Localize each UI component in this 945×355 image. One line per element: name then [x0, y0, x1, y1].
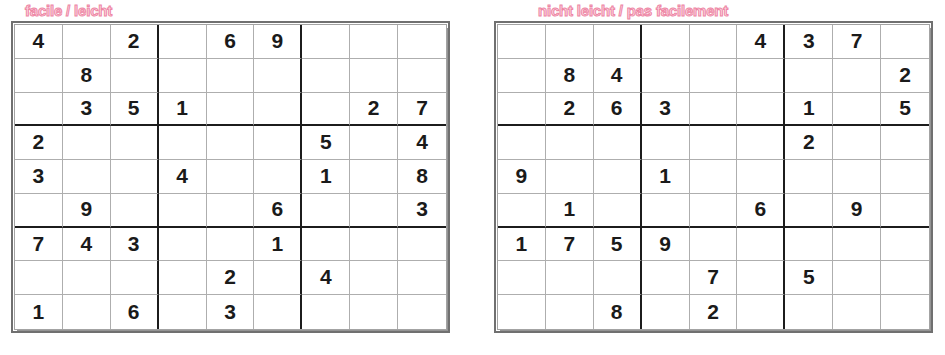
cell-r4c1[interactable]	[498, 126, 546, 160]
cell-r2c3[interactable]: 4	[594, 59, 642, 93]
cell-r6c5[interactable]	[690, 194, 738, 228]
cell-r6c9[interactable]	[881, 194, 929, 228]
cell-r5c3[interactable]	[111, 160, 159, 194]
cell-r4c8[interactable]	[350, 126, 398, 160]
cell-r3c1[interactable]	[498, 93, 546, 127]
cell-r5c1[interactable]: 9	[498, 160, 546, 194]
cell-r1c5[interactable]: 6	[207, 25, 255, 59]
cell-r9c1[interactable]: 1	[15, 295, 63, 329]
cell-r9c7[interactable]	[302, 295, 350, 329]
cell-r8c5[interactable]: 2	[207, 261, 255, 295]
cell-r3c4[interactable]: 1	[159, 93, 207, 127]
cell-r8c8[interactable]	[833, 261, 881, 295]
cell-r9c8[interactable]	[350, 295, 398, 329]
cell-r3c5[interactable]	[690, 93, 738, 127]
cell-r8c7[interactable]: 5	[785, 261, 833, 295]
cell-r9c4[interactable]	[159, 295, 207, 329]
cell-r1c8[interactable]	[350, 25, 398, 59]
cell-r3c8[interactable]	[833, 93, 881, 127]
cell-r6c8[interactable]: 9	[833, 194, 881, 228]
cell-r3c3[interactable]: 6	[594, 93, 642, 127]
cell-r2c2[interactable]: 8	[63, 59, 111, 93]
cell-r2c1[interactable]	[498, 59, 546, 93]
cell-r1c1[interactable]	[498, 25, 546, 59]
cell-r4c4[interactable]	[642, 126, 690, 160]
cell-r8c9[interactable]	[881, 261, 929, 295]
cell-r5c9[interactable]	[881, 160, 929, 194]
cell-r1c2[interactable]	[63, 25, 111, 59]
cell-r8c2[interactable]	[546, 261, 594, 295]
cell-r4c4[interactable]	[159, 126, 207, 160]
cell-r7c9[interactable]	[881, 228, 929, 262]
cell-r2c9[interactable]	[398, 59, 446, 93]
cell-r1c8[interactable]: 7	[833, 25, 881, 59]
cell-r7c1[interactable]: 1	[498, 228, 546, 262]
cell-r9c5[interactable]: 2	[690, 295, 738, 329]
cell-r7c2[interactable]: 7	[546, 228, 594, 262]
cell-r5c2[interactable]	[63, 160, 111, 194]
cell-r1c9[interactable]	[881, 25, 929, 59]
cell-r2c2[interactable]: 8	[546, 59, 594, 93]
cell-r2c6[interactable]	[737, 59, 785, 93]
cell-r3c3[interactable]: 5	[111, 93, 159, 127]
cell-r1c1[interactable]: 4	[15, 25, 63, 59]
cell-r8c4[interactable]	[642, 261, 690, 295]
cell-r4c1[interactable]: 2	[15, 126, 63, 160]
cell-r4c5[interactable]	[690, 126, 738, 160]
cell-r1c2[interactable]	[546, 25, 594, 59]
cell-r6c4[interactable]	[642, 194, 690, 228]
cell-r4c8[interactable]	[833, 126, 881, 160]
cell-r2c4[interactable]	[642, 59, 690, 93]
cell-r5c7[interactable]: 1	[302, 160, 350, 194]
cell-r9c9[interactable]	[398, 295, 446, 329]
cell-r7c8[interactable]	[350, 228, 398, 262]
cell-r3c9[interactable]: 5	[881, 93, 929, 127]
cell-r6c2[interactable]: 9	[63, 194, 111, 228]
cell-r7c9[interactable]	[398, 228, 446, 262]
cell-r9c7[interactable]	[785, 295, 833, 329]
cell-r6c7[interactable]	[302, 194, 350, 228]
cell-r4c9[interactable]: 4	[398, 126, 446, 160]
cell-r3c1[interactable]	[15, 93, 63, 127]
cell-r3c6[interactable]	[737, 93, 785, 127]
cell-r6c5[interactable]	[207, 194, 255, 228]
cell-r5c5[interactable]	[207, 160, 255, 194]
cell-r9c1[interactable]	[498, 295, 546, 329]
cell-r3c7[interactable]: 1	[785, 93, 833, 127]
cell-r6c9[interactable]: 3	[398, 194, 446, 228]
cell-r9c4[interactable]	[642, 295, 690, 329]
cell-r6c3[interactable]	[594, 194, 642, 228]
cell-r5c6[interactable]	[254, 160, 302, 194]
cell-r4c7[interactable]: 2	[785, 126, 833, 160]
cell-r7c8[interactable]	[833, 228, 881, 262]
cell-r1c6[interactable]: 9	[254, 25, 302, 59]
cell-r5c8[interactable]	[833, 160, 881, 194]
cell-r6c4[interactable]	[159, 194, 207, 228]
cell-r6c2[interactable]: 1	[546, 194, 594, 228]
cell-r5c4[interactable]: 1	[642, 160, 690, 194]
cell-r4c2[interactable]	[63, 126, 111, 160]
cell-r6c6[interactable]: 6	[254, 194, 302, 228]
cell-r1c4[interactable]	[159, 25, 207, 59]
cell-r2c7[interactable]	[785, 59, 833, 93]
cell-r1c3[interactable]	[594, 25, 642, 59]
cell-r7c4[interactable]: 9	[642, 228, 690, 262]
cell-r4c6[interactable]	[254, 126, 302, 160]
sudoku-board-hard: 4378422631529116917597582	[497, 24, 930, 330]
cell-r3c4[interactable]: 3	[642, 93, 690, 127]
cell-r9c6[interactable]	[737, 295, 785, 329]
cell-r2c8[interactable]	[350, 59, 398, 93]
cell-r6c3[interactable]	[111, 194, 159, 228]
cell-r5c9[interactable]: 8	[398, 160, 446, 194]
cell-r1c5[interactable]	[690, 25, 738, 59]
cell-r6c7[interactable]	[785, 194, 833, 228]
cell-r3c6[interactable]	[254, 93, 302, 127]
cell-r9c8[interactable]	[833, 295, 881, 329]
puzzle-title-easy: facile / leicht	[25, 1, 112, 21]
cell-r7c6[interactable]	[737, 228, 785, 262]
cell-r1c3[interactable]: 2	[111, 25, 159, 59]
cell-r6c1[interactable]	[498, 194, 546, 228]
cell-r7c5[interactable]	[207, 228, 255, 262]
cell-r2c3[interactable]	[111, 59, 159, 93]
cell-r7c3[interactable]: 5	[594, 228, 642, 262]
cell-r9c5[interactable]: 3	[207, 295, 255, 329]
cell-r4c9[interactable]	[881, 126, 929, 160]
cell-r4c2[interactable]	[546, 126, 594, 160]
cell-r2c1[interactable]	[15, 59, 63, 93]
cell-r8c9[interactable]	[398, 261, 446, 295]
cell-r2c4[interactable]	[159, 59, 207, 93]
cell-r5c3[interactable]	[594, 160, 642, 194]
cell-r3c7[interactable]	[302, 93, 350, 127]
cell-r7c7[interactable]	[785, 228, 833, 262]
cell-r9c6[interactable]	[254, 295, 302, 329]
cell-r7c3[interactable]: 3	[111, 228, 159, 262]
cell-r1c6[interactable]: 4	[737, 25, 785, 59]
cell-r7c4[interactable]	[159, 228, 207, 262]
cell-r2c8[interactable]	[833, 59, 881, 93]
cell-r2c6[interactable]	[254, 59, 302, 93]
cell-r1c7[interactable]	[302, 25, 350, 59]
cell-r8c3[interactable]	[594, 261, 642, 295]
cell-r8c1[interactable]	[498, 261, 546, 295]
cell-r8c1[interactable]	[15, 261, 63, 295]
cell-r5c4[interactable]: 4	[159, 160, 207, 194]
cell-r2c7[interactable]	[302, 59, 350, 93]
cell-r8c5[interactable]: 7	[690, 261, 738, 295]
cell-r9c3[interactable]: 6	[111, 295, 159, 329]
cell-r2c5[interactable]	[207, 59, 255, 93]
cell-r8c6[interactable]	[254, 261, 302, 295]
cell-r8c6[interactable]	[737, 261, 785, 295]
cell-r5c1[interactable]: 3	[15, 160, 63, 194]
cell-r4c7[interactable]: 5	[302, 126, 350, 160]
cell-r4c3[interactable]	[594, 126, 642, 160]
cell-r4c5[interactable]	[207, 126, 255, 160]
cell-r7c6[interactable]: 1	[254, 228, 302, 262]
cell-r6c1[interactable]	[15, 194, 63, 228]
cell-r1c9[interactable]	[398, 25, 446, 59]
cell-r3c8[interactable]: 2	[350, 93, 398, 127]
sudoku-board-easy: 42698351272543418963743124163	[14, 24, 447, 330]
cell-r7c1[interactable]: 7	[15, 228, 63, 262]
cell-r4c6[interactable]	[737, 126, 785, 160]
cell-r8c4[interactable]	[159, 261, 207, 295]
cell-r9c2[interactable]	[546, 295, 594, 329]
cell-r5c5[interactable]	[690, 160, 738, 194]
cell-r9c3[interactable]: 8	[594, 295, 642, 329]
cell-r5c7[interactable]	[785, 160, 833, 194]
cell-r7c5[interactable]	[690, 228, 738, 262]
cell-r5c6[interactable]	[737, 160, 785, 194]
cell-r4c3[interactable]	[111, 126, 159, 160]
cell-r3c2[interactable]: 2	[546, 93, 594, 127]
cell-r6c6[interactable]: 6	[737, 194, 785, 228]
cell-r5c8[interactable]	[350, 160, 398, 194]
cell-r8c7[interactable]: 4	[302, 261, 350, 295]
cell-r8c3[interactable]	[111, 261, 159, 295]
cell-r5c2[interactable]	[546, 160, 594, 194]
cell-r2c9[interactable]: 2	[881, 59, 929, 93]
cell-r6c8[interactable]	[350, 194, 398, 228]
cell-r7c7[interactable]	[302, 228, 350, 262]
cell-r3c5[interactable]	[207, 93, 255, 127]
cell-r8c2[interactable]	[63, 261, 111, 295]
cell-r1c7[interactable]: 3	[785, 25, 833, 59]
cell-r3c9[interactable]: 7	[398, 93, 446, 127]
puzzle-title-hard: nicht leicht / pas facilement	[538, 1, 728, 21]
cell-r3c2[interactable]: 3	[63, 93, 111, 127]
cell-r1c4[interactable]	[642, 25, 690, 59]
cell-r9c9[interactable]	[881, 295, 929, 329]
cell-r2c5[interactable]	[690, 59, 738, 93]
cell-r8c8[interactable]	[350, 261, 398, 295]
cell-r9c2[interactable]	[63, 295, 111, 329]
cell-r7c2[interactable]: 4	[63, 228, 111, 262]
